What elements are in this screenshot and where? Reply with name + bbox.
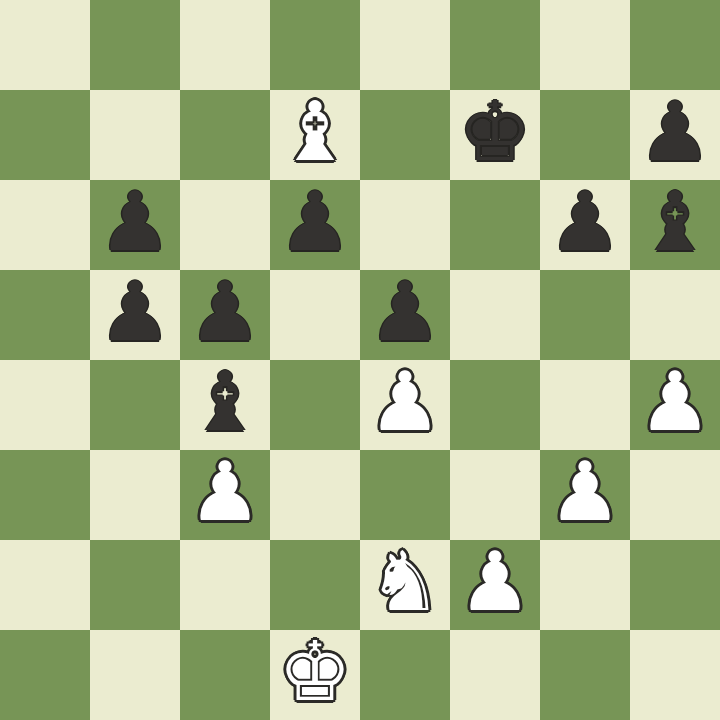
- piece-black-pawn[interactable]: ♟: [548, 177, 622, 267]
- square-a4[interactable]: [0, 360, 90, 450]
- square-f6[interactable]: [450, 180, 540, 270]
- square-d2[interactable]: [270, 540, 360, 630]
- square-g2[interactable]: [540, 540, 630, 630]
- square-e1[interactable]: [360, 630, 450, 720]
- square-d8[interactable]: [270, 0, 360, 90]
- piece-black-pawn[interactable]: ♟: [638, 87, 712, 177]
- square-f1[interactable]: [450, 630, 540, 720]
- square-g5[interactable]: [540, 270, 630, 360]
- square-d5[interactable]: [270, 270, 360, 360]
- square-h1[interactable]: [630, 630, 720, 720]
- square-g7[interactable]: [540, 90, 630, 180]
- piece-white-knight[interactable]: ♞: [368, 537, 442, 627]
- square-f7[interactable]: ♚: [450, 90, 540, 180]
- square-g8[interactable]: [540, 0, 630, 90]
- square-g1[interactable]: [540, 630, 630, 720]
- piece-white-king[interactable]: ♚: [278, 627, 352, 717]
- square-a6[interactable]: [0, 180, 90, 270]
- square-c1[interactable]: [180, 630, 270, 720]
- square-h7[interactable]: ♟: [630, 90, 720, 180]
- square-d6[interactable]: ♟: [270, 180, 360, 270]
- square-f2[interactable]: ♟: [450, 540, 540, 630]
- square-d1[interactable]: ♚: [270, 630, 360, 720]
- square-b1[interactable]: [90, 630, 180, 720]
- piece-black-pawn[interactable]: ♟: [188, 267, 262, 357]
- square-e4[interactable]: ♟: [360, 360, 450, 450]
- square-e2[interactable]: ♞: [360, 540, 450, 630]
- square-d3[interactable]: [270, 450, 360, 540]
- square-c5[interactable]: ♟: [180, 270, 270, 360]
- square-e3[interactable]: [360, 450, 450, 540]
- square-g6[interactable]: ♟: [540, 180, 630, 270]
- piece-white-bishop[interactable]: ♝: [278, 87, 352, 177]
- square-b5[interactable]: ♟: [90, 270, 180, 360]
- square-d4[interactable]: [270, 360, 360, 450]
- piece-black-pawn[interactable]: ♟: [368, 267, 442, 357]
- piece-black-pawn[interactable]: ♟: [278, 177, 352, 267]
- square-c8[interactable]: [180, 0, 270, 90]
- square-b8[interactable]: [90, 0, 180, 90]
- piece-black-king[interactable]: ♚: [458, 87, 532, 177]
- piece-black-bishop[interactable]: ♝: [188, 357, 262, 447]
- piece-white-pawn[interactable]: ♟: [458, 537, 532, 627]
- square-h6[interactable]: ♝: [630, 180, 720, 270]
- square-a1[interactable]: [0, 630, 90, 720]
- square-f5[interactable]: [450, 270, 540, 360]
- square-e6[interactable]: [360, 180, 450, 270]
- square-c2[interactable]: [180, 540, 270, 630]
- square-h3[interactable]: [630, 450, 720, 540]
- square-g4[interactable]: [540, 360, 630, 450]
- square-b2[interactable]: [90, 540, 180, 630]
- square-b4[interactable]: [90, 360, 180, 450]
- square-f8[interactable]: [450, 0, 540, 90]
- piece-white-pawn[interactable]: ♟: [548, 447, 622, 537]
- square-h4[interactable]: ♟: [630, 360, 720, 450]
- piece-black-bishop[interactable]: ♝: [638, 177, 712, 267]
- square-a2[interactable]: [0, 540, 90, 630]
- piece-white-pawn[interactable]: ♟: [188, 447, 262, 537]
- square-h2[interactable]: [630, 540, 720, 630]
- square-b7[interactable]: [90, 90, 180, 180]
- square-e5[interactable]: ♟: [360, 270, 450, 360]
- piece-white-pawn[interactable]: ♟: [368, 357, 442, 447]
- piece-white-pawn[interactable]: ♟: [638, 357, 712, 447]
- square-a3[interactable]: [0, 450, 90, 540]
- square-d7[interactable]: ♝: [270, 90, 360, 180]
- square-e8[interactable]: [360, 0, 450, 90]
- piece-black-pawn[interactable]: ♟: [98, 267, 172, 357]
- square-c6[interactable]: [180, 180, 270, 270]
- square-a7[interactable]: [0, 90, 90, 180]
- square-c4[interactable]: ♝: [180, 360, 270, 450]
- square-f3[interactable]: [450, 450, 540, 540]
- square-e7[interactable]: [360, 90, 450, 180]
- board-grid: ♝♚♟♟♟♟♝♟♟♟♝♟♟♟♟♞♟♚: [0, 0, 720, 720]
- square-f4[interactable]: [450, 360, 540, 450]
- square-a5[interactable]: [0, 270, 90, 360]
- square-g3[interactable]: ♟: [540, 450, 630, 540]
- square-c3[interactable]: ♟: [180, 450, 270, 540]
- square-b6[interactable]: ♟: [90, 180, 180, 270]
- square-h5[interactable]: [630, 270, 720, 360]
- square-c7[interactable]: [180, 90, 270, 180]
- square-a8[interactable]: [0, 0, 90, 90]
- piece-black-pawn[interactable]: ♟: [98, 177, 172, 267]
- chess-board: ♝♚♟♟♟♟♝♟♟♟♝♟♟♟♟♞♟♚: [0, 0, 720, 720]
- square-b3[interactable]: [90, 450, 180, 540]
- square-h8[interactable]: [630, 0, 720, 90]
